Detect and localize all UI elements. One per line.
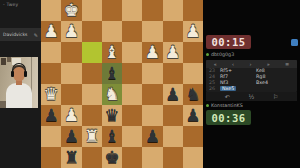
edit-icon[interactable]: ✎ (34, 32, 38, 38)
square-f2[interactable] (82, 21, 102, 42)
square-c1[interactable] (142, 0, 162, 21)
piece-wP: ♟ (61, 105, 81, 126)
square-d2[interactable] (122, 21, 142, 42)
online-dot-icon (206, 104, 209, 107)
sidebar-item-label: Davidvicks (3, 32, 27, 37)
square-a7[interactable] (183, 126, 203, 147)
piece-wR: ♜ (82, 126, 102, 147)
square-c7[interactable]: ♟ (142, 126, 162, 147)
square-e6[interactable]: ♛ (102, 105, 122, 126)
square-b3[interactable]: ♟ (163, 42, 183, 63)
square-h3[interactable] (41, 42, 61, 63)
first-move-icon[interactable]: « (214, 60, 217, 68)
square-g4[interactable] (61, 63, 81, 84)
piece-bP: ♟ (183, 105, 203, 126)
piece-wQ: ♛ (41, 84, 61, 105)
square-a1[interactable] (183, 0, 203, 21)
square-e3[interactable]: ♝ (102, 42, 122, 63)
square-h7[interactable] (41, 126, 61, 147)
player-top[interactable]: dbt0g0g3 (206, 52, 234, 57)
piece-bB: ♝ (102, 126, 122, 147)
piece-wN: ♞ (102, 84, 122, 105)
square-e4[interactable]: ♝ (102, 63, 122, 84)
piece-bP: ♟ (41, 105, 61, 126)
clock-white: 00:15 (206, 35, 251, 49)
square-b5[interactable]: ♟ (163, 84, 183, 105)
piece-bQ: ♛ (102, 105, 122, 126)
square-a5[interactable]: ♞ (183, 84, 203, 105)
square-e7[interactable]: ♝ (102, 126, 122, 147)
square-f4[interactable] (82, 63, 102, 84)
square-d1[interactable] (122, 0, 142, 21)
square-f6[interactable] (82, 105, 102, 126)
square-c3[interactable]: ♟ (142, 42, 162, 63)
sidebar-top-label: - Twey (3, 2, 18, 7)
moretime-icon[interactable] (291, 39, 298, 46)
square-c6[interactable] (142, 105, 162, 126)
piece-bR: ♜ (61, 147, 81, 168)
square-f3[interactable] (82, 42, 102, 63)
square-f8[interactable] (82, 147, 102, 168)
square-d4[interactable] (122, 63, 142, 84)
square-c5[interactable] (142, 84, 162, 105)
piece-wP: ♟ (41, 21, 61, 42)
square-f1[interactable] (82, 0, 102, 21)
move-black[interactable]: Bxe4 (256, 80, 297, 86)
takeback-icon[interactable]: ↶ (225, 92, 230, 101)
square-b4[interactable] (163, 63, 183, 84)
square-b1[interactable] (163, 0, 183, 21)
webcam-feed (0, 57, 38, 108)
webcam-wall-frame (1, 58, 6, 65)
piece-wP: ♟ (163, 42, 183, 63)
square-b2[interactable] (163, 21, 183, 42)
online-dot-icon (206, 53, 209, 56)
resign-flag-icon[interactable]: ⚐ (273, 92, 278, 101)
square-e5[interactable]: ♞ (102, 84, 122, 105)
piece-wP: ♟ (61, 21, 81, 42)
prev-move-icon[interactable]: ‹ (232, 60, 234, 68)
square-e2[interactable] (102, 21, 122, 42)
game-controls: ↶ ½ ⚐ (206, 92, 297, 101)
square-b6[interactable] (163, 105, 183, 126)
square-c2[interactable] (142, 21, 162, 42)
square-d6[interactable] (122, 105, 142, 126)
square-g7[interactable]: ♟ (61, 126, 81, 147)
square-c8[interactable] (142, 147, 162, 168)
square-h1[interactable] (41, 0, 61, 21)
last-move-icon[interactable]: » (267, 60, 270, 68)
menu-icon[interactable]: ≡ (285, 60, 289, 68)
square-g8[interactable]: ♜ (61, 147, 81, 168)
next-move-icon[interactable]: › (249, 60, 251, 68)
piece-bP: ♟ (163, 84, 183, 105)
square-f5[interactable] (82, 84, 102, 105)
app-window: - Twey Davidvicks ✎ ♚♟♟♟♝♟♟♝♛♞♟♞♟♟♛♟♟♜♝♟… (0, 0, 300, 168)
move-rows: 23Rf5+Ke824Rf7Rg825Nf3Bxe426Nxe5 (206, 68, 297, 92)
square-h6[interactable]: ♟ (41, 105, 61, 126)
square-a2[interactable]: ♟ (183, 21, 203, 42)
square-d5[interactable] (122, 84, 142, 105)
square-c4[interactable] (142, 63, 162, 84)
square-h5[interactable]: ♛ (41, 84, 61, 105)
square-d3[interactable] (122, 42, 142, 63)
stream-sidebar: - Twey Davidvicks ✎ (0, 0, 41, 168)
square-d7[interactable] (122, 126, 142, 147)
clock-black: 00:36 (206, 110, 251, 125)
square-b8[interactable] (163, 147, 183, 168)
piece-bP: ♟ (142, 126, 162, 147)
square-g3[interactable] (61, 42, 81, 63)
square-e1[interactable] (102, 0, 122, 21)
square-g6[interactable]: ♟ (61, 105, 81, 126)
draw-offer-icon[interactable]: ½ (248, 92, 254, 101)
piece-wP: ♟ (183, 21, 203, 42)
piece-bP: ♟ (61, 126, 81, 147)
square-e8[interactable]: ♚ (102, 147, 122, 168)
move-nav-bar: «‹›»≡ (206, 60, 297, 68)
webcam-person-shirt (6, 83, 32, 108)
square-g2[interactable]: ♟ (61, 21, 81, 42)
square-d8[interactable] (122, 147, 142, 168)
square-g5[interactable] (61, 84, 81, 105)
piece-wK: ♚ (61, 0, 81, 21)
square-a3[interactable] (183, 42, 203, 63)
webcam-headphones-left (11, 71, 14, 77)
piece-bN: ♞ (183, 84, 203, 105)
square-a6[interactable]: ♟ (183, 105, 203, 126)
move-list-panel: «‹›»≡ 23Rf5+Ke824Rf7Rg825Nf3Bxe426Nxe5 (206, 60, 297, 92)
piece-wB: ♝ (102, 42, 122, 63)
webcam-wall-frame2 (7, 57, 11, 62)
sidebar-item-davidvicks[interactable]: Davidvicks ✎ (0, 28, 41, 41)
square-h2[interactable]: ♟ (41, 21, 61, 42)
game-panel: 00:15 dbt0g0g3 «‹›»≡ 23Rf5+Ke824Rf7Rg825… (203, 0, 300, 168)
piece-bB: ♝ (102, 63, 122, 84)
piece-wP: ♟ (142, 42, 162, 63)
square-f7[interactable]: ♜ (82, 126, 102, 147)
square-a8[interactable] (183, 147, 203, 168)
square-a4[interactable] (183, 63, 203, 84)
player-top-name: dbt0g0g3 (211, 52, 234, 57)
player-bottom-name: KonstantinKS (211, 103, 243, 108)
piece-bK: ♚ (102, 147, 122, 168)
square-b7[interactable] (163, 126, 183, 147)
player-bottom[interactable]: KonstantinKS (206, 103, 243, 108)
webcam-headphones-right (24, 71, 27, 77)
square-g1[interactable]: ♚ (61, 0, 81, 21)
webcam-headphones-band (12, 63, 26, 71)
chess-board[interactable]: ♚♟♟♟♝♟♟♝♛♞♟♞♟♟♛♟♟♜♝♟♜♚ (41, 0, 203, 168)
square-h8[interactable] (41, 147, 61, 168)
square-h4[interactable] (41, 63, 61, 84)
